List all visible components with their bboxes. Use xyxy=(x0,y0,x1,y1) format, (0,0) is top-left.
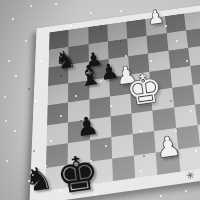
piece-black-king-c1[interactable]: ♚ xyxy=(53,147,102,200)
piece-white-king-f4[interactable]: ♚ xyxy=(124,67,165,112)
piece-black-knight-b1[interactable]: ♞ xyxy=(22,161,55,197)
piece-black-pawn-c3[interactable]: ♟ xyxy=(74,113,100,141)
piece-black-knight-b7[interactable]: ♞ xyxy=(53,47,78,74)
square-d1[interactable] xyxy=(112,156,135,182)
piece-black-bishop-c6[interactable]: ♝ xyxy=(76,61,105,92)
square-h8[interactable] xyxy=(184,11,200,31)
square-h4[interactable] xyxy=(192,82,200,105)
piece-white-pawn-f8[interactable]: ♟ xyxy=(147,7,165,27)
square-h5[interactable] xyxy=(190,63,200,85)
piece-white-pawn-g1[interactable]: ♟ xyxy=(154,132,182,162)
square-e1[interactable] xyxy=(134,153,158,178)
square-h6[interactable] xyxy=(188,45,200,66)
chessboard-photo-scene: ♟♞♟♝♟♟♚♟♟♞♚ ✳ xyxy=(0,0,200,200)
square-h7[interactable] xyxy=(186,28,200,48)
